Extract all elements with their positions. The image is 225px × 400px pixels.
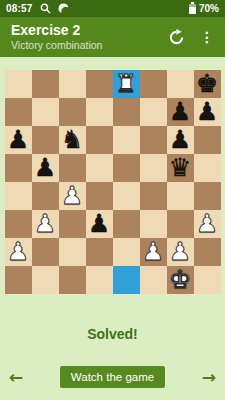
status-bar: 08:57 70% [0,0,225,17]
square-a5[interactable] [5,154,32,182]
square-f7[interactable] [140,98,167,126]
square-g4[interactable] [167,182,194,210]
square-h7[interactable]: ♟ [194,98,221,126]
square-c3[interactable] [59,210,86,238]
square-h2[interactable] [194,238,221,266]
white-rook: ♜ [115,71,137,96]
square-d5[interactable] [86,154,113,182]
footer-nav: ← Watch the game → [0,366,225,388]
square-g7[interactable]: ♟ [167,98,194,126]
status-right-group: 70% [189,3,219,14]
square-d6[interactable] [86,126,113,154]
square-e8[interactable]: ♜ [113,70,140,98]
square-e1[interactable] [113,266,140,294]
moon-icon [58,3,69,14]
square-b2[interactable] [32,238,59,266]
refresh-icon[interactable] [168,29,185,46]
black-pawn: ♟ [169,127,191,152]
white-pawn: ♟ [34,211,56,236]
square-g8[interactable] [167,70,194,98]
square-c4[interactable]: ♟ [59,182,86,210]
square-e4[interactable] [113,182,140,210]
square-b4[interactable] [32,182,59,210]
square-a1[interactable] [5,266,32,294]
square-h1[interactable] [194,266,221,294]
black-pawn: ♟ [196,99,218,124]
square-b3[interactable]: ♟ [32,210,59,238]
square-a2[interactable]: ♟ [5,238,32,266]
square-f8[interactable] [140,70,167,98]
square-d1[interactable] [86,266,113,294]
square-b5[interactable]: ♟ [32,154,59,182]
watch-the-game-button[interactable]: Watch the game [60,366,165,388]
black-pawn: ♟ [7,127,29,152]
square-h5[interactable] [194,154,221,182]
square-f5[interactable] [140,154,167,182]
square-b1[interactable] [32,266,59,294]
square-e7[interactable] [113,98,140,126]
square-c8[interactable] [59,70,86,98]
white-pawn: ♟ [61,183,83,208]
white-king: ♚ [169,267,191,292]
battery-icon [189,4,196,14]
square-f4[interactable] [140,182,167,210]
square-g3[interactable] [167,210,194,238]
square-b7[interactable] [32,98,59,126]
page-title: Exercise 2 [11,22,102,39]
square-c1[interactable] [59,266,86,294]
square-c2[interactable] [59,238,86,266]
white-pawn: ♟ [7,239,29,264]
square-d2[interactable] [86,238,113,266]
next-exercise-button[interactable]: → [200,369,218,386]
chess-board: ♜♚♟♟♟♞♟♟♛♟♟♟♟♟♟♟♚ [5,70,221,294]
square-a6[interactable]: ♟ [5,126,32,154]
app-bar-actions: ⋮ [168,29,225,46]
square-d7[interactable] [86,98,113,126]
square-b8[interactable] [32,70,59,98]
white-pawn: ♟ [169,239,191,264]
app-screen: 08:57 70% Exercise 2 Victory combination… [0,0,225,400]
square-f1[interactable] [140,266,167,294]
square-g1[interactable]: ♚ [167,266,194,294]
square-h4[interactable] [194,182,221,210]
black-queen: ♛ [169,155,191,180]
square-e3[interactable] [113,210,140,238]
square-g2[interactable]: ♟ [167,238,194,266]
previous-exercise-button[interactable]: ← [7,369,25,386]
black-pawn: ♟ [169,99,191,124]
black-king: ♚ [196,71,218,96]
square-a7[interactable] [5,98,32,126]
black-pawn: ♟ [88,211,110,236]
white-pawn: ♟ [196,211,218,236]
battery-percent-text: 70% [199,3,219,14]
square-c5[interactable] [59,154,86,182]
square-b6[interactable] [32,126,59,154]
square-c6[interactable]: ♞ [59,126,86,154]
square-d8[interactable] [86,70,113,98]
square-f2[interactable]: ♟ [140,238,167,266]
square-c7[interactable] [59,98,86,126]
page-subtitle: Victory combination [11,39,102,52]
square-f3[interactable] [140,210,167,238]
overflow-menu-icon[interactable]: ⋮ [200,30,214,44]
square-h8[interactable]: ♚ [194,70,221,98]
square-g5[interactable]: ♛ [167,154,194,182]
square-e5[interactable] [113,154,140,182]
result-message: Solved! [0,326,225,342]
square-a3[interactable] [5,210,32,238]
black-knight: ♞ [61,127,83,152]
square-a8[interactable] [5,70,32,98]
square-h3[interactable]: ♟ [194,210,221,238]
square-d3[interactable]: ♟ [86,210,113,238]
square-e6[interactable] [113,126,140,154]
app-bar: Exercise 2 Victory combination ⋮ [0,17,225,57]
square-g6[interactable]: ♟ [167,126,194,154]
white-pawn: ♟ [142,239,164,264]
square-f6[interactable] [140,126,167,154]
square-d4[interactable] [86,182,113,210]
black-pawn: ♟ [34,155,56,180]
square-a4[interactable] [5,182,32,210]
square-e2[interactable] [113,238,140,266]
square-h6[interactable] [194,126,221,154]
search-icon [40,3,51,14]
clock-text: 08:57 [6,3,33,14]
app-bar-text: Exercise 2 Victory combination [0,22,102,51]
